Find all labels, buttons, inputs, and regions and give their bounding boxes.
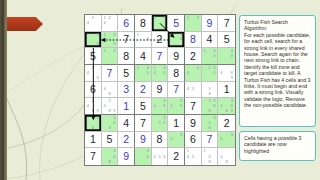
sudoku-cell-r1c6[interactable]: 5 xyxy=(168,15,185,32)
sudoku-cell-r7c8[interactable]: 358 xyxy=(202,115,219,132)
sudoku-cell-r3c9[interactable]: 36 xyxy=(218,48,235,65)
candidate-6: 6 xyxy=(212,70,217,75)
given-digit: 1 xyxy=(168,115,184,131)
given-digit: 2 xyxy=(168,148,184,165)
solved-digit: 6 xyxy=(118,15,134,31)
candidate-marks: 36 xyxy=(169,32,184,47)
given-digit: 5 xyxy=(85,48,101,64)
sudoku-cell-r6c4[interactable]: 5 xyxy=(135,98,152,115)
candidate-marks: 34 xyxy=(185,65,200,80)
sudoku-cell-r4c1[interactable]: 249 xyxy=(85,65,102,82)
candidate-1: 1 xyxy=(135,32,140,37)
candidate-6: 6 xyxy=(112,120,117,125)
candidate-3: 3 xyxy=(95,115,100,120)
sudoku-cell-r2c5[interactable]: 2 xyxy=(152,32,169,49)
sudoku-grid: 2412468135139739139716236845513847921363… xyxy=(85,15,235,165)
sudoku-cell-r6c5[interactable]: 346 xyxy=(152,98,169,115)
given-digit: 7 xyxy=(185,98,201,114)
sudoku-cell-r4c2[interactable]: 7 xyxy=(102,65,119,82)
sudoku-cell-r9c6[interactable]: 2 xyxy=(168,148,185,165)
sudoku-cell-r2c7[interactable]: 8 xyxy=(185,32,202,49)
candidate-6: 6 xyxy=(162,120,167,125)
candidate-6: 6 xyxy=(212,104,217,109)
candidate-2: 2 xyxy=(90,65,95,70)
candidate-marks: 39 xyxy=(86,32,101,47)
candidate-marks: 38 xyxy=(86,115,101,130)
given-digit: 2 xyxy=(218,115,235,131)
candidate-marks: 58 xyxy=(202,82,217,97)
sudoku-cell-r6c3[interactable]: 1 xyxy=(118,98,135,115)
sudoku-cell-r4c7[interactable]: 34 xyxy=(185,65,202,82)
candidate-marks: 13 xyxy=(152,16,167,31)
sudoku-cell-r8c9[interactable]: 34 xyxy=(218,132,235,149)
candidate-6: 6 xyxy=(145,154,150,159)
sudoku-cell-r6c7[interactable]: 7 xyxy=(185,98,202,115)
solved-digit: 5 xyxy=(168,15,184,31)
sudoku-cell-r4c4[interactable]: 136 xyxy=(135,65,152,82)
candidate-6: 6 xyxy=(162,70,167,75)
candidate-marks: 456 xyxy=(152,149,167,165)
sudoku-cell-r1c1[interactable]: 24 xyxy=(85,15,102,32)
sudoku-cell-r2c8[interactable]: 4 xyxy=(202,32,219,49)
sudoku-cell-r1c5[interactable]: 13 xyxy=(152,15,169,32)
sudoku-cell-r4c8[interactable]: 236 xyxy=(202,65,219,82)
candidate-8: 8 xyxy=(90,125,95,130)
candidate-3: 3 xyxy=(195,65,200,70)
given-digit: 6 xyxy=(85,82,101,98)
solved-digit: 2 xyxy=(118,132,134,148)
sudoku-cell-r5c5[interactable]: 9 xyxy=(152,82,169,99)
candidate-marks: 13 xyxy=(102,49,117,64)
candidate-marks: 36 xyxy=(219,49,235,64)
candidate-marks: 36 xyxy=(135,149,150,165)
candidate-marks: 48 xyxy=(102,82,117,97)
status-text: Cells having a possible 3 candidate are … xyxy=(244,135,311,154)
candidate-4: 4 xyxy=(86,20,91,25)
given-digit: 7 xyxy=(218,15,235,31)
sudoku-cell-r6c8[interactable]: 2368 xyxy=(202,98,219,115)
sudoku-cell-r8c8[interactable]: 7 xyxy=(202,132,219,149)
candidate-3: 3 xyxy=(162,16,167,21)
algorithm-panel: Turbot Fish Search Algorithm: For each p… xyxy=(239,15,316,127)
candidate-6: 6 xyxy=(229,54,234,59)
sudoku-cell-r3c5[interactable]: 7 xyxy=(152,48,169,65)
candidate-marks: 34 xyxy=(219,132,235,147)
given-digit: 1 xyxy=(218,82,235,98)
candidate-9: 9 xyxy=(229,109,234,114)
given-digit: 7 xyxy=(135,115,151,131)
given-digit: 8 xyxy=(118,48,134,64)
candidate-8: 8 xyxy=(224,159,229,164)
sudoku-cell-r5c2[interactable]: 48 xyxy=(102,82,119,99)
sudoku-cell-r7c4[interactable]: 7 xyxy=(135,115,152,132)
sudoku-cell-r1c9[interactable]: 7 xyxy=(218,15,235,32)
status-panel: Cells having a possible 3 candidate are … xyxy=(239,131,316,161)
candidate-8: 8 xyxy=(207,159,212,164)
candidate-8: 8 xyxy=(107,92,112,97)
slide: 2412468135139739139716236845513847921363… xyxy=(0,0,320,180)
candidate-3: 3 xyxy=(112,32,117,37)
given-digit: 4 xyxy=(202,32,218,48)
given-digit: 9 xyxy=(185,115,201,131)
candidate-4: 4 xyxy=(169,137,174,142)
given-digit: 9 xyxy=(152,82,168,98)
candidate-2: 2 xyxy=(90,16,95,21)
candidate-5: 5 xyxy=(190,154,195,159)
sudoku-cell-r8c4[interactable]: 9 xyxy=(135,132,152,149)
sudoku-cell-r3c7[interactable]: 2 xyxy=(185,48,202,65)
candidate-4: 4 xyxy=(219,70,224,75)
sudoku-cell-r2c4[interactable]: 16 xyxy=(135,32,152,49)
candidate-8: 8 xyxy=(207,125,212,130)
candidate-6: 6 xyxy=(179,37,184,42)
given-digit: 7 xyxy=(85,148,101,165)
sudoku-cell-r7c7[interactable]: 9 xyxy=(185,115,202,132)
candidate-marks: 346 xyxy=(169,99,184,114)
sudoku-cell-r8c7[interactable]: 6 xyxy=(185,132,202,149)
given-digit: 5 xyxy=(135,98,151,114)
candidate-9: 9 xyxy=(95,75,100,80)
solved-digit: 9 xyxy=(202,15,218,31)
sudoku-cell-r2c2[interactable]: 139 xyxy=(102,32,119,49)
sudoku-cell-r5c1[interactable]: 6 xyxy=(85,82,102,99)
sudoku-cell-r7c9[interactable]: 2 xyxy=(218,115,235,132)
given-digit: 4 xyxy=(135,48,151,64)
candidate-marks: 2489 xyxy=(102,99,117,114)
sudoku-cell-r6c6[interactable]: 346 xyxy=(168,98,185,115)
slide-accent-bar xyxy=(0,0,7,180)
sudoku-cell-r5c7[interactable]: 45 xyxy=(185,82,202,99)
candidate-marks: 2489 xyxy=(86,99,101,114)
solved-digit: 9 xyxy=(135,132,151,148)
sudoku-cell-r5c6[interactable]: 7 xyxy=(168,82,185,99)
sudoku-cell-r1c8[interactable]: 9 xyxy=(202,15,219,32)
candidate-marks: 358 xyxy=(202,115,217,130)
sudoku-cell-r6c9[interactable]: 34689 xyxy=(218,98,235,115)
candidate-marks: 368 xyxy=(102,115,117,130)
sudoku-cell-r2c3[interactable]: 7 xyxy=(118,32,135,49)
sudoku-cell-r7c1[interactable]: 38 xyxy=(85,115,102,132)
candidate-8: 8 xyxy=(107,159,112,164)
given-digit: 4 xyxy=(118,115,134,131)
candidate-9: 9 xyxy=(229,75,234,80)
given-digit: 9 xyxy=(168,48,184,64)
given-digit: 5 xyxy=(118,65,134,81)
candidate-5: 5 xyxy=(190,87,195,92)
sudoku-cell-r8c2[interactable]: 5 xyxy=(102,132,119,149)
given-digit: 5 xyxy=(218,32,235,48)
sudoku-board: 2412468135139739139716236845513847921363… xyxy=(84,14,236,166)
candidate-marks: 368 xyxy=(102,149,117,165)
sudoku-cell-r9c1[interactable]: 7 xyxy=(85,148,102,165)
sudoku-cell-r5c4[interactable]: 2 xyxy=(135,82,152,99)
candidate-1: 1 xyxy=(102,32,107,37)
given-digit: 5 xyxy=(102,132,118,148)
sudoku-cell-r9c7[interactable]: 145 xyxy=(185,148,202,165)
candidate-2: 2 xyxy=(107,16,112,21)
candidate-9: 9 xyxy=(95,42,100,47)
candidate-6: 6 xyxy=(212,54,217,59)
solved-digit: 7 xyxy=(152,48,168,64)
sudoku-cell-r4c5[interactable]: 1346 xyxy=(152,65,169,82)
given-digit: 2 xyxy=(152,32,168,48)
candidate-6: 6 xyxy=(162,104,167,109)
candidate-4: 4 xyxy=(152,70,157,75)
candidate-marks: 34689 xyxy=(219,99,235,114)
sudoku-cell-r7c2[interactable]: 368 xyxy=(102,115,119,132)
solved-digit: 2 xyxy=(135,82,151,98)
candidate-marks: 16 xyxy=(135,32,150,47)
given-digit: 2 xyxy=(185,48,201,64)
candidate-9: 9 xyxy=(112,109,117,114)
candidate-marks: 469 xyxy=(219,65,235,80)
candidate-marks: 158 xyxy=(202,149,217,165)
candidate-marks: 34 xyxy=(169,132,184,147)
sudoku-cell-r4c6[interactable]: 8 xyxy=(168,65,185,82)
candidate-9: 9 xyxy=(112,42,117,47)
candidate-3: 3 xyxy=(195,16,200,21)
candidate-2: 2 xyxy=(90,99,95,104)
sudoku-cell-r5c3[interactable]: 3 xyxy=(118,82,135,99)
red-arrow-shape xyxy=(7,17,43,31)
solved-digit: 7 xyxy=(102,65,118,81)
sudoku-cell-r4c3[interactable]: 5 xyxy=(118,65,135,82)
candidate-3: 3 xyxy=(229,132,234,137)
candidate-marks: 13 xyxy=(185,16,200,31)
candidate-8: 8 xyxy=(207,92,212,97)
sudoku-cell-r9c4[interactable]: 36 xyxy=(135,148,152,165)
sudoku-cell-r1c4[interactable]: 8 xyxy=(135,15,152,32)
sudoku-cell-r2c9[interactable]: 5 xyxy=(218,32,235,49)
sudoku-cell-r8c6[interactable]: 34 xyxy=(168,132,185,149)
sudoku-cell-r8c1[interactable]: 1 xyxy=(85,132,102,149)
given-digit: 7 xyxy=(118,32,134,48)
candidate-marks: 136 xyxy=(135,65,150,80)
candidate-8: 8 xyxy=(107,125,112,130)
candidate-9: 9 xyxy=(95,109,100,114)
candidate-1: 1 xyxy=(102,49,107,54)
sudoku-cell-r2c1[interactable]: 39 xyxy=(85,32,102,49)
candidate-marks: 145 xyxy=(185,149,200,165)
sudoku-cell-r5c8[interactable]: 58 xyxy=(202,82,219,99)
candidate-1: 1 xyxy=(202,49,207,54)
sudoku-cell-r3c4[interactable]: 4 xyxy=(135,48,152,65)
candidate-2: 2 xyxy=(107,99,112,104)
candidate-marks: 48 xyxy=(219,149,235,165)
candidate-3: 3 xyxy=(112,49,117,54)
candidate-marks: 124 xyxy=(102,16,117,31)
candidate-4: 4 xyxy=(102,20,107,25)
candidate-marks: 139 xyxy=(102,32,117,47)
candidate-marks: 236 xyxy=(202,65,217,80)
solved-digit: 3 xyxy=(118,82,134,98)
algorithm-body: For each possible candidate, for each ce… xyxy=(244,32,311,109)
given-digit: 8 xyxy=(168,65,184,81)
candidate-1: 1 xyxy=(152,16,157,21)
sudoku-cell-r9c3[interactable]: 9 xyxy=(118,148,135,165)
candidate-6: 6 xyxy=(179,104,184,109)
given-digit: 8 xyxy=(135,15,151,31)
candidate-3: 3 xyxy=(179,132,184,137)
sudoku-cell-r1c2[interactable]: 124 xyxy=(102,15,119,32)
candidate-marks: 136 xyxy=(202,49,217,64)
candidate-4: 4 xyxy=(86,70,91,75)
candidate-4: 4 xyxy=(169,104,174,109)
candidate-marks: 45 xyxy=(185,82,200,97)
candidate-1: 1 xyxy=(185,16,190,21)
sudoku-cell-r8c5[interactable]: 8 xyxy=(152,132,169,149)
sudoku-cell-r1c7[interactable]: 13 xyxy=(185,15,202,32)
sudoku-cell-r8c3[interactable]: 2 xyxy=(118,132,135,149)
candidate-3: 3 xyxy=(95,32,100,37)
sudoku-cell-r7c5[interactable]: 356 xyxy=(152,115,169,132)
candidate-6: 6 xyxy=(162,154,167,159)
sudoku-cell-r1c3[interactable]: 6 xyxy=(118,15,135,32)
candidate-marks: 346 xyxy=(152,99,167,114)
sudoku-cell-r7c6[interactable]: 1 xyxy=(168,115,185,132)
candidate-6: 6 xyxy=(112,154,117,159)
given-digit: 6 xyxy=(185,132,201,148)
candidate-6: 6 xyxy=(145,70,150,75)
sudoku-cell-r9c2[interactable]: 368 xyxy=(102,148,119,165)
sudoku-cell-r3c2[interactable]: 13 xyxy=(102,48,119,65)
candidate-4: 4 xyxy=(219,137,224,142)
solved-digit: 7 xyxy=(168,82,184,98)
given-digit: 1 xyxy=(85,132,101,148)
sudoku-cell-r3c6[interactable]: 9 xyxy=(168,48,185,65)
sudoku-cell-r6c1[interactable]: 2489 xyxy=(85,98,102,115)
sudoku-cell-r3c8[interactable]: 136 xyxy=(202,48,219,65)
candidate-4: 4 xyxy=(152,104,157,109)
candidate-marks: 356 xyxy=(152,115,167,130)
sudoku-cell-r5c9[interactable]: 1 xyxy=(218,82,235,99)
sudoku-cell-r4c9[interactable]: 469 xyxy=(218,65,235,82)
given-digit: 8 xyxy=(152,132,168,148)
sudoku-cell-r3c1[interactable]: 5 xyxy=(85,48,102,65)
solved-digit: 9 xyxy=(118,148,134,165)
candidate-6: 6 xyxy=(145,37,150,42)
sudoku-cell-r9c5[interactable]: 456 xyxy=(152,148,169,165)
sudoku-cell-r7c3[interactable]: 4 xyxy=(118,115,135,132)
solved-digit: 7 xyxy=(202,132,218,148)
candidate-marks: 24 xyxy=(86,16,101,31)
candidate-marks: 2368 xyxy=(202,99,217,114)
candidate-3: 3 xyxy=(212,115,217,120)
candidate-marks: 249 xyxy=(86,65,101,80)
candidate-8: 8 xyxy=(207,109,212,114)
solved-digit: 8 xyxy=(185,32,201,48)
candidate-marks: 1346 xyxy=(152,65,167,80)
sudoku-cell-r9c8[interactable]: 158 xyxy=(202,148,219,165)
sudoku-cell-r6c2[interactable]: 2489 xyxy=(102,98,119,115)
candidate-4: 4 xyxy=(185,70,190,75)
sudoku-cell-r2c6[interactable]: 36 xyxy=(168,32,185,49)
sudoku-cell-r9c9[interactable]: 48 xyxy=(218,148,235,165)
candidate-1: 1 xyxy=(135,65,140,70)
algorithm-title: Turbot Fish Search Algorithm: xyxy=(244,19,311,32)
sudoku-cell-r3c3[interactable]: 8 xyxy=(118,48,135,65)
solved-digit: 1 xyxy=(118,98,134,114)
